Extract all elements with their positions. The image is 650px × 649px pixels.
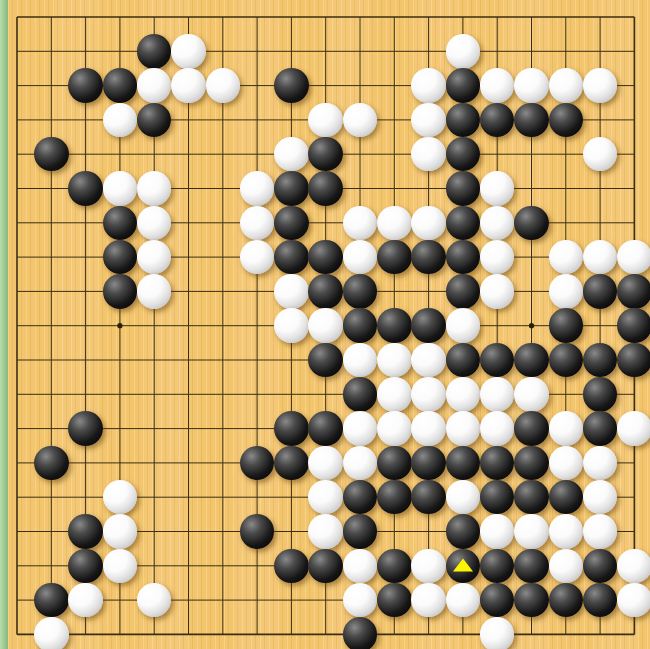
white-stone[interactable]: ○ [343,549,378,584]
black-stone[interactable]: ● [583,343,618,378]
black-stone[interactable]: ● [343,274,378,309]
white-stone[interactable]: ○ [274,274,309,309]
white-stone[interactable]: ○ [377,411,412,446]
white-stone[interactable]: ○ [103,514,138,549]
black-stone[interactable]: ● [583,274,618,309]
black-stone[interactable]: ● [514,480,549,515]
white-stone[interactable]: ○ [480,68,515,103]
white-stone[interactable]: ○ [343,343,378,378]
white-stone[interactable]: ○ [446,308,481,343]
white-stone[interactable]: ○ [411,103,446,138]
black-stone[interactable]: ● [446,240,481,275]
white-stone[interactable]: ○ [411,549,446,584]
white-stone[interactable]: ○ [411,343,446,378]
black-stone[interactable]: ● [514,343,549,378]
black-stone[interactable]: ● [308,274,343,309]
black-stone[interactable]: ● [446,343,481,378]
black-stone[interactable]: ● [446,514,481,549]
black-stone[interactable]: ● [274,68,309,103]
stone-layer: ●○○●●○○○●○●○○○○○●○○○●●●●●○●○●○●○○○●●●○●○… [0,0,650,649]
white-stone[interactable]: ○ [308,308,343,343]
black-stone[interactable]: ● [446,206,481,241]
black-stone[interactable]: ● [308,411,343,446]
white-stone[interactable]: ○ [617,583,650,618]
white-stone[interactable]: ○ [274,308,309,343]
white-stone[interactable]: ○ [617,240,650,275]
white-stone[interactable]: ○ [480,240,515,275]
white-stone[interactable]: ○ [240,240,275,275]
white-stone[interactable]: ○ [446,377,481,412]
black-stone[interactable]: ● [446,171,481,206]
white-stone[interactable]: ○ [343,103,378,138]
black-stone[interactable]: ● [514,446,549,481]
black-stone[interactable]: ● [514,206,549,241]
black-stone[interactable]: ● [617,343,650,378]
white-stone[interactable]: ○ [137,68,172,103]
black-stone[interactable]: ● [103,240,138,275]
white-stone[interactable]: ○ [617,549,650,584]
white-stone[interactable]: ○ [411,68,446,103]
black-stone[interactable]: ● [446,549,481,584]
black-stone[interactable]: ● [583,583,618,618]
white-stone[interactable]: ○ [583,480,618,515]
white-stone[interactable]: ○ [480,617,515,649]
black-stone[interactable]: ● [446,137,481,172]
black-stone[interactable]: ● [274,240,309,275]
white-stone[interactable]: ○ [171,68,206,103]
black-stone[interactable]: ● [549,103,584,138]
white-stone[interactable]: ○ [308,446,343,481]
triangle-marker [453,558,473,571]
black-stone[interactable]: ● [549,583,584,618]
black-stone[interactable]: ● [103,206,138,241]
white-stone[interactable]: ○ [274,137,309,172]
black-stone[interactable]: ● [583,411,618,446]
white-stone[interactable]: ○ [308,480,343,515]
black-stone[interactable]: ● [617,308,650,343]
white-stone[interactable]: ○ [411,377,446,412]
white-stone[interactable]: ○ [549,549,584,584]
white-stone[interactable]: ○ [240,206,275,241]
white-stone[interactable]: ○ [206,68,241,103]
white-stone[interactable]: ○ [343,240,378,275]
white-stone[interactable]: ○ [137,583,172,618]
white-stone[interactable]: ○ [308,103,343,138]
white-stone[interactable]: ○ [446,411,481,446]
black-stone[interactable]: ● [274,446,309,481]
white-stone[interactable]: ○ [480,171,515,206]
black-stone[interactable]: ● [68,549,103,584]
black-stone[interactable]: ● [377,446,412,481]
black-stone[interactable]: ● [308,343,343,378]
white-stone[interactable]: ○ [137,206,172,241]
white-stone[interactable]: ○ [103,103,138,138]
white-stone[interactable]: ○ [411,206,446,241]
white-stone[interactable]: ○ [137,274,172,309]
black-stone[interactable]: ● [617,274,650,309]
black-stone[interactable]: ● [549,343,584,378]
black-stone[interactable]: ● [68,68,103,103]
white-stone[interactable]: ○ [549,274,584,309]
black-stone[interactable]: ● [343,514,378,549]
white-stone[interactable]: ○ [446,34,481,69]
white-stone[interactable]: ○ [446,583,481,618]
black-stone[interactable]: ● [480,583,515,618]
white-stone[interactable]: ○ [514,68,549,103]
black-stone[interactable]: ● [583,377,618,412]
black-stone[interactable]: ● [411,446,446,481]
black-stone[interactable]: ● [583,549,618,584]
black-stone[interactable]: ● [377,549,412,584]
black-stone[interactable]: ● [240,446,275,481]
white-stone[interactable]: ○ [480,206,515,241]
black-stone[interactable]: ● [274,171,309,206]
black-stone[interactable]: ● [514,103,549,138]
white-stone[interactable]: ○ [411,411,446,446]
black-stone[interactable]: ● [377,583,412,618]
black-stone[interactable]: ● [137,34,172,69]
white-stone[interactable]: ○ [343,206,378,241]
black-stone[interactable]: ● [514,411,549,446]
black-stone[interactable]: ● [34,446,69,481]
black-stone[interactable]: ● [68,171,103,206]
black-stone[interactable]: ● [480,343,515,378]
black-stone[interactable]: ● [480,103,515,138]
white-stone[interactable]: ○ [549,240,584,275]
black-stone[interactable]: ● [411,240,446,275]
black-stone[interactable]: ● [514,583,549,618]
black-stone[interactable]: ● [34,137,69,172]
white-stone[interactable]: ○ [240,171,275,206]
white-stone[interactable]: ○ [171,34,206,69]
white-stone[interactable]: ○ [103,549,138,584]
white-stone[interactable]: ○ [103,480,138,515]
black-stone[interactable]: ● [411,308,446,343]
black-stone[interactable]: ● [308,549,343,584]
white-stone[interactable]: ○ [583,446,618,481]
black-stone[interactable]: ● [308,137,343,172]
white-stone[interactable]: ○ [137,240,172,275]
white-stone[interactable]: ○ [514,377,549,412]
white-stone[interactable]: ○ [549,411,584,446]
black-stone[interactable]: ● [274,549,309,584]
black-stone[interactable]: ● [137,103,172,138]
white-stone[interactable]: ○ [68,583,103,618]
white-stone[interactable]: ○ [377,206,412,241]
black-stone[interactable]: ● [68,411,103,446]
white-stone[interactable]: ○ [343,411,378,446]
white-stone[interactable]: ○ [411,583,446,618]
black-stone[interactable]: ● [343,377,378,412]
white-stone[interactable]: ○ [549,446,584,481]
white-stone[interactable]: ○ [480,377,515,412]
white-stone[interactable]: ○ [137,171,172,206]
white-stone[interactable]: ○ [583,240,618,275]
white-stone[interactable]: ○ [617,411,650,446]
white-stone[interactable]: ○ [308,514,343,549]
black-stone[interactable]: ● [549,308,584,343]
black-stone[interactable]: ● [446,274,481,309]
white-stone[interactable]: ○ [514,514,549,549]
white-stone[interactable]: ○ [549,68,584,103]
go-app-window: ●○○●●○○○●○●○○○○○●○○○●●●●●○●○●○●○○○●●●○●○… [0,0,650,649]
black-stone[interactable]: ● [377,308,412,343]
black-stone[interactable]: ● [34,583,69,618]
black-stone[interactable]: ● [343,480,378,515]
white-stone[interactable]: ○ [583,514,618,549]
black-stone[interactable]: ● [103,68,138,103]
black-stone[interactable]: ● [377,480,412,515]
white-stone[interactable]: ○ [480,411,515,446]
black-stone[interactable]: ● [343,308,378,343]
black-stone[interactable]: ● [480,549,515,584]
white-stone[interactable]: ○ [103,171,138,206]
black-stone[interactable]: ● [274,411,309,446]
white-stone[interactable]: ○ [343,583,378,618]
black-stone[interactable]: ● [514,549,549,584]
black-stone[interactable]: ● [240,514,275,549]
white-stone[interactable]: ○ [549,514,584,549]
white-stone[interactable]: ○ [480,274,515,309]
white-stone[interactable]: ○ [480,514,515,549]
black-stone[interactable]: ● [377,240,412,275]
black-stone[interactable]: ● [343,617,378,649]
black-stone[interactable]: ● [103,274,138,309]
white-stone[interactable]: ○ [583,68,618,103]
white-stone[interactable]: ○ [377,343,412,378]
black-stone[interactable]: ● [68,514,103,549]
white-stone[interactable]: ○ [583,137,618,172]
white-stone[interactable]: ○ [446,480,481,515]
black-stone[interactable]: ● [446,68,481,103]
white-stone[interactable]: ○ [377,377,412,412]
black-stone[interactable]: ● [411,480,446,515]
black-stone[interactable]: ● [446,446,481,481]
white-stone[interactable]: ○ [411,137,446,172]
white-stone[interactable]: ○ [34,617,69,649]
black-stone[interactable]: ● [308,171,343,206]
black-stone[interactable]: ● [480,446,515,481]
white-stone[interactable]: ○ [343,446,378,481]
black-stone[interactable]: ● [549,480,584,515]
black-stone[interactable]: ● [274,206,309,241]
black-stone[interactable]: ● [480,480,515,515]
black-stone[interactable]: ● [446,103,481,138]
black-stone[interactable]: ● [308,240,343,275]
